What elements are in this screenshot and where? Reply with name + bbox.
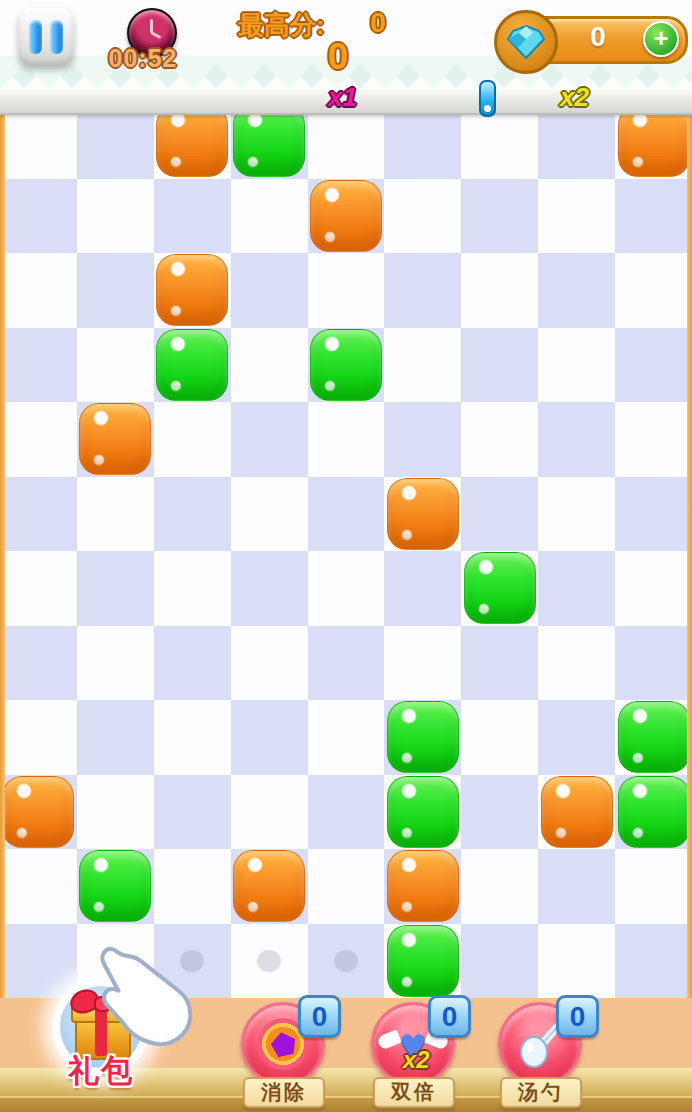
board-cell[interactable] — [0, 626, 77, 701]
board-cell[interactable] — [231, 104, 308, 179]
board-cell[interactable] — [615, 700, 692, 775]
board-cell[interactable] — [308, 775, 385, 850]
board-right-edge — [687, 104, 692, 998]
board-cell[interactable] — [0, 477, 77, 552]
board-left-edge — [0, 104, 5, 998]
board-cell[interactable] — [308, 253, 385, 328]
board-cell[interactable] — [231, 402, 308, 477]
board-cell[interactable] — [0, 551, 77, 626]
board-cell[interactable] — [538, 179, 615, 254]
board-cell[interactable] — [308, 849, 385, 924]
board-cell[interactable] — [615, 551, 692, 626]
board-cell[interactable] — [615, 849, 692, 924]
board-cell[interactable] — [308, 179, 385, 254]
double-x2-text: x2 — [403, 1046, 430, 1074]
board-cell[interactable] — [461, 477, 538, 552]
board-cell[interactable] — [615, 328, 692, 403]
double-count-badge: 0 — [428, 995, 471, 1038]
gem-count-value: 0 — [566, 21, 630, 53]
board-cell[interactable] — [77, 775, 154, 850]
board-cell[interactable] — [615, 477, 692, 552]
green-jelly[interactable] — [79, 850, 151, 922]
add-gems-button[interactable]: + — [643, 21, 679, 57]
board-cell[interactable] — [461, 626, 538, 701]
spoon-label: 汤勺 — [500, 1077, 582, 1108]
board-cell[interactable] — [538, 477, 615, 552]
board-cell[interactable] — [461, 775, 538, 850]
board-cell[interactable] — [154, 104, 231, 179]
board-cell[interactable] — [384, 179, 461, 254]
hint-dot — [257, 950, 281, 972]
board-cell[interactable] — [538, 626, 615, 701]
board-cell[interactable] — [308, 626, 385, 701]
game-screen: x1 x2 00:52 最高分: 0 0 0 + 礼包 — [0, 0, 692, 1112]
board-cell[interactable] — [615, 179, 692, 254]
eliminate-label: 消除 — [243, 1077, 325, 1108]
board-cell[interactable] — [77, 700, 154, 775]
green-jelly[interactable] — [156, 329, 228, 401]
orange-jelly[interactable] — [2, 776, 74, 848]
board-cell[interactable] — [461, 700, 538, 775]
board-cell[interactable] — [154, 253, 231, 328]
board-cell[interactable] — [154, 402, 231, 477]
board-cell[interactable] — [231, 775, 308, 850]
hint-dot — [334, 950, 358, 972]
board-cell[interactable] — [538, 328, 615, 403]
board-cell[interactable] — [538, 551, 615, 626]
board-cell[interactable] — [384, 775, 461, 850]
board-cell[interactable] — [77, 626, 154, 701]
board-cell[interactable] — [615, 402, 692, 477]
pause-icon — [50, 20, 63, 54]
board-cell[interactable] — [0, 253, 77, 328]
board-cell[interactable] — [77, 551, 154, 626]
board-cell[interactable] — [384, 402, 461, 477]
orange-jelly[interactable] — [387, 850, 459, 922]
board-cell[interactable] — [77, 477, 154, 552]
green-jelly[interactable] — [464, 552, 536, 624]
green-jelly[interactable] — [387, 925, 459, 997]
board-cell[interactable] — [384, 477, 461, 552]
board-cell[interactable] — [384, 700, 461, 775]
board-cell[interactable] — [615, 104, 692, 179]
double-label: 双倍 — [373, 1077, 455, 1108]
board-cell[interactable] — [308, 402, 385, 477]
board-cell[interactable] — [154, 849, 231, 924]
board-cell[interactable] — [77, 179, 154, 254]
board-cell[interactable] — [461, 104, 538, 179]
diamond-icon — [494, 10, 558, 74]
board-cell[interactable] — [461, 551, 538, 626]
board-cell[interactable] — [0, 775, 77, 850]
orange-jelly[interactable] — [541, 776, 613, 848]
wooden-shelf-front — [0, 1096, 692, 1112]
board-cell[interactable] — [461, 402, 538, 477]
board-cell[interactable] — [77, 104, 154, 179]
board-cell[interactable] — [538, 402, 615, 477]
orange-jelly[interactable] — [310, 180, 382, 252]
board-cell[interactable] — [0, 700, 77, 775]
progress-pin-icon — [479, 80, 496, 117]
board-cell[interactable] — [77, 849, 154, 924]
high-score-value: 0 — [356, 7, 400, 39]
board-cell[interactable] — [384, 551, 461, 626]
board-cell[interactable] — [0, 402, 77, 477]
board-cell[interactable] — [461, 849, 538, 924]
board-cell[interactable] — [231, 700, 308, 775]
timer-value: 00:52 — [86, 44, 200, 73]
orange-jelly[interactable] — [233, 850, 305, 922]
board-cell[interactable] — [538, 924, 615, 999]
green-jelly[interactable] — [387, 776, 459, 848]
board-cell[interactable] — [154, 551, 231, 626]
board-cell[interactable] — [538, 849, 615, 924]
board-cell[interactable] — [615, 626, 692, 701]
board-cell[interactable] — [77, 328, 154, 403]
board-cell[interactable] — [0, 179, 77, 254]
board-cell[interactable] — [538, 700, 615, 775]
board-cell[interactable] — [0, 328, 77, 403]
green-jelly[interactable] — [618, 701, 690, 773]
board-cell[interactable] — [231, 626, 308, 701]
multiplier-progress-bar: x1 x2 — [0, 88, 692, 115]
board-cell[interactable] — [154, 477, 231, 552]
green-jelly[interactable] — [618, 776, 690, 848]
pause-icon — [29, 20, 42, 54]
game-board — [0, 104, 692, 998]
board-cell[interactable] — [308, 551, 385, 626]
board-cell[interactable] — [384, 924, 461, 999]
board-cell[interactable] — [231, 477, 308, 552]
board-cell[interactable] — [308, 328, 385, 403]
pause-button[interactable] — [18, 8, 74, 66]
board-cell[interactable] — [615, 775, 692, 850]
board-cell[interactable] — [77, 402, 154, 477]
board-cell[interactable] — [384, 328, 461, 403]
board-cell[interactable] — [308, 700, 385, 775]
board-cell[interactable] — [461, 328, 538, 403]
green-jelly[interactable] — [310, 329, 382, 401]
board-cell[interactable] — [384, 253, 461, 328]
board-cell[interactable] — [0, 849, 77, 924]
orange-jelly[interactable] — [156, 105, 228, 177]
green-jelly[interactable] — [233, 105, 305, 177]
board-cell[interactable] — [461, 253, 538, 328]
board-cell[interactable] — [615, 253, 692, 328]
spoon-count-badge: 0 — [556, 995, 599, 1038]
board-cell[interactable] — [231, 849, 308, 924]
board-cell[interactable] — [0, 104, 77, 179]
multiplier-x1-label: x1 — [328, 82, 357, 113]
orange-jelly[interactable] — [618, 105, 690, 177]
green-jelly[interactable] — [387, 701, 459, 773]
board-cell[interactable] — [538, 253, 615, 328]
board-cell[interactable] — [77, 253, 154, 328]
hand-pointer-icon — [96, 944, 198, 1060]
eliminate-count-badge: 0 — [298, 995, 341, 1038]
board-cell[interactable] — [384, 626, 461, 701]
board-cell[interactable] — [308, 477, 385, 552]
orange-jelly[interactable] — [156, 254, 228, 326]
board-cell[interactable] — [154, 775, 231, 850]
board-cell[interactable] — [154, 700, 231, 775]
board-cell[interactable] — [154, 626, 231, 701]
board-cell[interactable] — [615, 924, 692, 999]
board-cell[interactable] — [231, 253, 308, 328]
board-cell[interactable] — [154, 179, 231, 254]
board-cell[interactable] — [231, 328, 308, 403]
board-cell[interactable] — [461, 179, 538, 254]
board-cell[interactable] — [154, 328, 231, 403]
board-cell[interactable] — [461, 924, 538, 999]
orange-jelly[interactable] — [387, 478, 459, 550]
current-score-value: 0 — [300, 36, 376, 78]
orange-jelly[interactable] — [79, 403, 151, 475]
board-cell[interactable] — [231, 179, 308, 254]
board-cell[interactable] — [384, 849, 461, 924]
multiplier-x2-label: x2 — [560, 82, 589, 113]
board-cell[interactable] — [538, 775, 615, 850]
board-cell[interactable] — [538, 104, 615, 179]
board-cell[interactable] — [231, 551, 308, 626]
board-cell[interactable] — [0, 924, 77, 999]
board-cell[interactable] — [384, 104, 461, 179]
board-cell[interactable] — [308, 104, 385, 179]
